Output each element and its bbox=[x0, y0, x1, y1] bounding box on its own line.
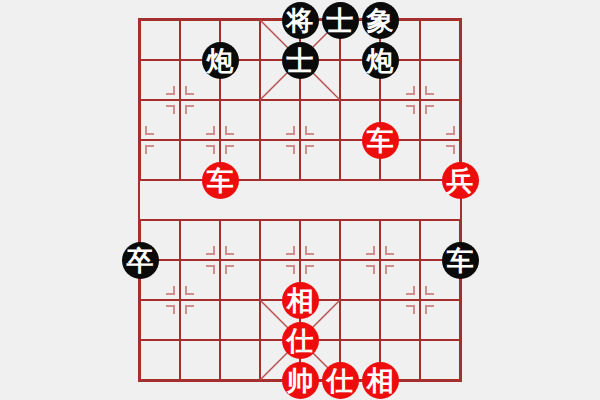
xiangqi-board: 将士象炮士炮车车兵卒车相仕帅仕相 bbox=[138, 18, 462, 382]
pieces-layer: 将士象炮士炮车车兵卒车相仕帅仕相 bbox=[140, 20, 460, 380]
piece-red-soldier[interactable]: 兵 bbox=[442, 162, 479, 199]
piece-black-soldier[interactable]: 卒 bbox=[122, 242, 159, 279]
piece-black-cannon[interactable]: 炮 bbox=[362, 42, 399, 79]
piece-red-elephant[interactable]: 相 bbox=[362, 362, 399, 399]
piece-red-general[interactable]: 帅 bbox=[282, 362, 319, 399]
piece-red-advisor[interactable]: 仕 bbox=[282, 322, 319, 359]
piece-black-chariot[interactable]: 车 bbox=[442, 242, 479, 279]
piece-red-chariot[interactable]: 车 bbox=[362, 122, 399, 159]
piece-red-elephant[interactable]: 相 bbox=[282, 282, 319, 319]
piece-black-elephant[interactable]: 象 bbox=[362, 2, 399, 39]
xiangqi-screen: 将士象炮士炮车车兵卒车相仕帅仕相 bbox=[0, 0, 600, 400]
piece-black-advisor[interactable]: 士 bbox=[282, 42, 319, 79]
piece-red-advisor[interactable]: 仕 bbox=[322, 362, 359, 399]
piece-black-cannon[interactable]: 炮 bbox=[202, 42, 239, 79]
piece-black-general[interactable]: 将 bbox=[282, 2, 319, 39]
piece-black-advisor[interactable]: 士 bbox=[322, 2, 359, 39]
piece-red-chariot[interactable]: 车 bbox=[202, 162, 239, 199]
